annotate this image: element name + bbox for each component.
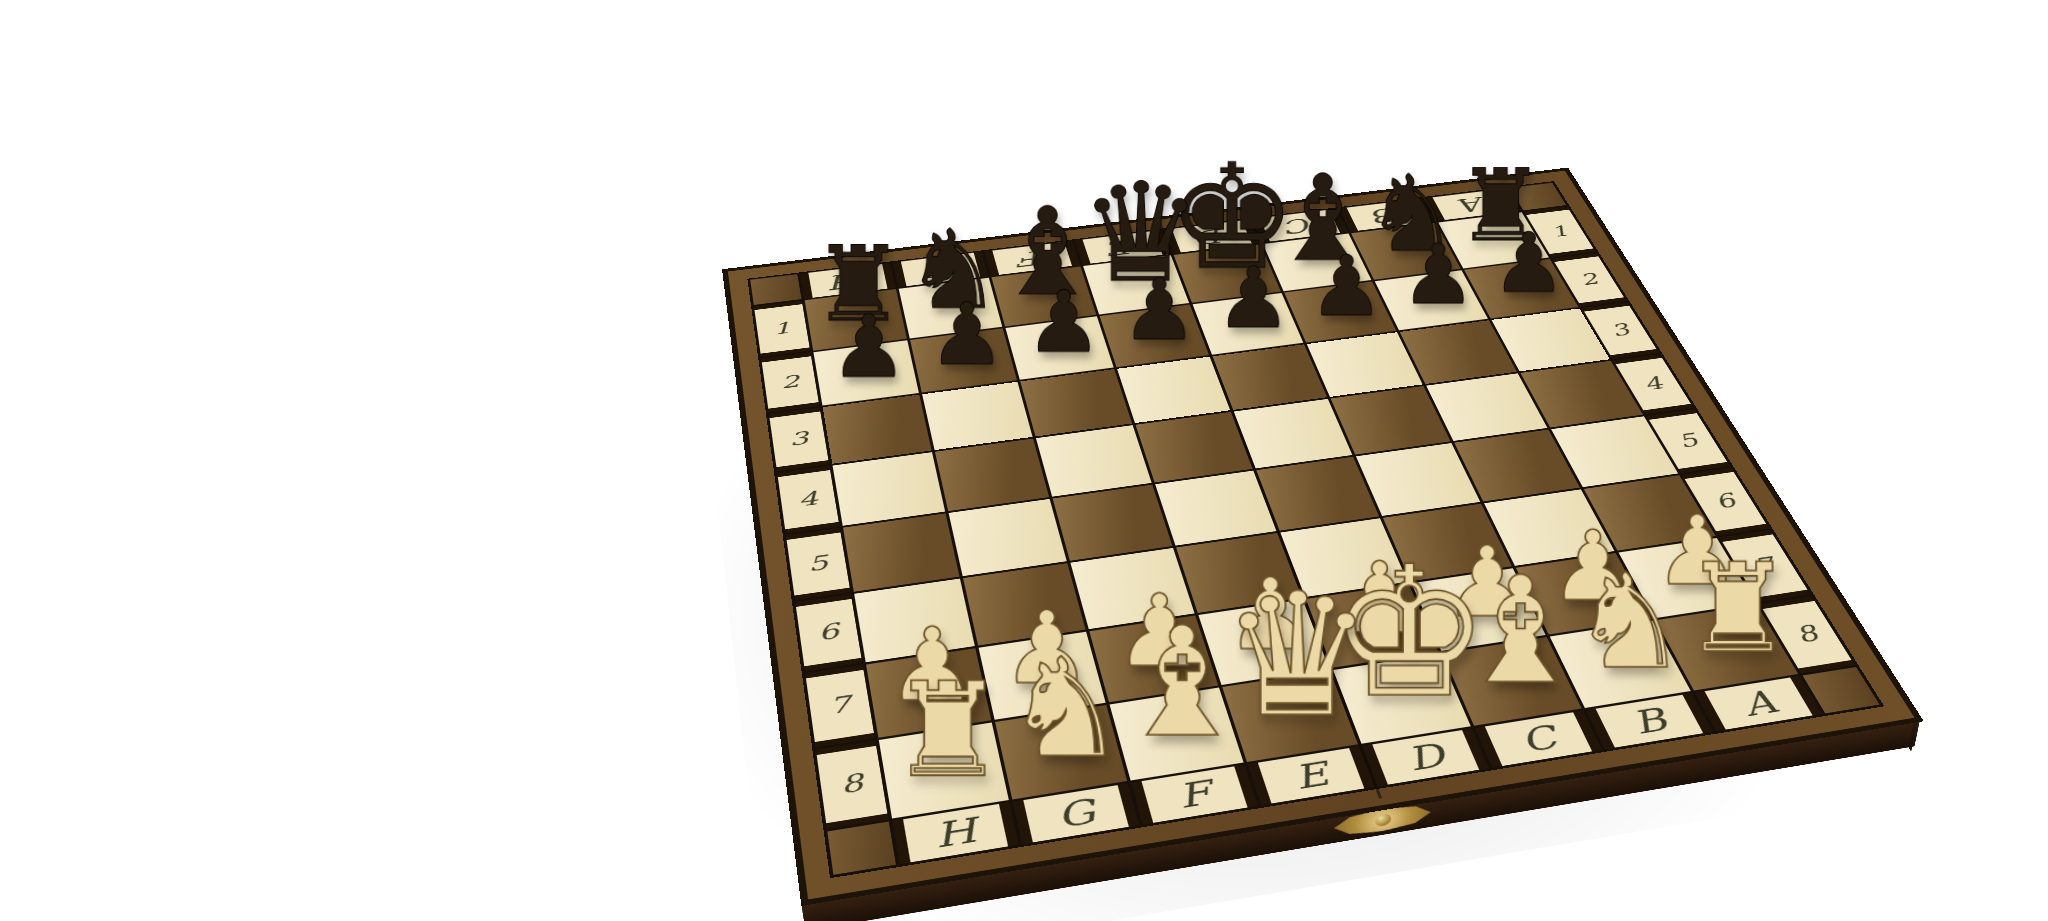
file-label-bottom-c-text: C: [1515, 721, 1562, 757]
board-corner-top-left: [750, 274, 801, 305]
rank-label-right-4-text: 4: [1639, 375, 1666, 393]
square-c4[interactable]: [1331, 386, 1451, 455]
clasp-knob-icon: [1374, 813, 1390, 827]
square-e4[interactable]: [1136, 412, 1253, 483]
rank-label-left-5-text: 5: [806, 552, 829, 574]
rank-label-left-1-text: 1: [772, 320, 792, 337]
rank-label-left-3-text: 3: [788, 429, 810, 449]
square-e5[interactable]: [1155, 471, 1276, 546]
file-label-bottom-b-text: B: [1626, 704, 1673, 739]
rank-label-left-6-text: 6: [816, 620, 840, 644]
scene: HGFEDCBA1♜♞♝♛♚♝♞♜12♟♟♟♟♟♟♟♟2334455667♟♟♟…: [0, 0, 2048, 921]
square-c2[interactable]: ♟: [1284, 281, 1396, 342]
square-d4[interactable]: [1234, 399, 1353, 469]
board-corner-bottom-left: [827, 822, 896, 875]
rank-label-left-2: 2: [761, 353, 819, 413]
square-h2[interactable]: ♟: [813, 340, 918, 405]
square-f5[interactable]: [1053, 485, 1173, 561]
file-label-bottom-d: D: [1362, 728, 1489, 786]
piece-dark-pawn[interactable]: ♟: [1492, 224, 1566, 302]
file-label-bottom-c: C: [1475, 711, 1602, 768]
rank-label-left-4: 4: [777, 466, 839, 534]
chess-board: HGFEDCBA1♜♞♝♛♚♝♞♜12♟♟♟♟♟♟♟♟2334455667♟♟♟…: [722, 168, 1924, 906]
file-label-bottom-h-text: H: [932, 813, 980, 853]
rank-label-right-5: 5: [1647, 409, 1730, 473]
rank-label-left-3: 3: [769, 408, 829, 472]
square-f3[interactable]: [1020, 369, 1132, 436]
rank-label-left-8: 8: [816, 740, 889, 828]
file-label-bottom-f-text: F: [1174, 776, 1215, 813]
piece-dark-pawn[interactable]: ♟: [1401, 235, 1475, 314]
square-d3[interactable]: [1213, 344, 1328, 410]
square-b5[interactable]: [1454, 430, 1580, 502]
piece-light-rook[interactable]: ♜: [1682, 549, 1793, 666]
file-label-bottom-g-text: G: [1053, 794, 1098, 832]
square-g2[interactable]: ♟: [910, 328, 1017, 392]
piece-dark-pawn[interactable]: ♟: [1025, 281, 1101, 362]
rank-label-left-5: 5: [786, 528, 851, 600]
piece-dark-pawn[interactable]: ♟: [928, 293, 1005, 374]
file-label-top-h-text: H: [830, 269, 865, 292]
piece-light-bishop[interactable]: ♝: [1114, 611, 1250, 755]
piece-dark-pawn[interactable]: ♟: [1216, 258, 1291, 338]
rank-label-left-8-text: 8: [839, 770, 865, 797]
file-label-bottom-e-text: E: [1289, 757, 1333, 794]
rank-label-left-1: 1: [754, 301, 810, 358]
rank-label-left-4-text: 4: [797, 489, 819, 510]
piece-dark-pawn[interactable]: ♟: [1309, 246, 1384, 325]
rank-label-left-7-text: 7: [827, 693, 852, 718]
rank-label-right-3-text: 3: [1607, 321, 1633, 338]
square-g5[interactable]: [949, 499, 1067, 576]
rank-label-right-5-text: 5: [1674, 431, 1702, 451]
piece-light-rook[interactable]: ♜: [889, 668, 1006, 792]
square-c5[interactable]: [1356, 443, 1480, 516]
square-g4[interactable]: [935, 439, 1049, 512]
rank-label-left-7: 7: [805, 665, 875, 747]
piece-dark-pawn[interactable]: ♟: [830, 305, 907, 387]
file-label-bottom-f: F: [1131, 765, 1258, 825]
rank-label-left-6: 6: [795, 594, 862, 671]
file-label-bottom-d-text: D: [1402, 739, 1450, 776]
square-g8[interactable]: ♞: [995, 705, 1127, 799]
file-label-bottom-a-text: A: [1735, 686, 1782, 720]
square-f4[interactable]: [1036, 425, 1152, 497]
file-label-top-g-text: G: [924, 258, 957, 280]
square-d2[interactable]: ♟: [1193, 293, 1304, 355]
square-f8[interactable]: ♝: [1110, 688, 1244, 781]
square-h8[interactable]: ♜: [879, 723, 1009, 819]
rank-label-left-2-text: 2: [780, 373, 801, 391]
piece-light-knight[interactable]: ♞: [1571, 559, 1688, 683]
piece-dark-pawn[interactable]: ♟: [1121, 269, 1197, 349]
square-b2[interactable]: ♟: [1375, 270, 1488, 330]
piece-light-knight[interactable]: ♞: [1005, 643, 1127, 772]
rank-label-right-8-text: 8: [1791, 622, 1823, 646]
rank-label-right-2-text: 2: [1576, 271, 1601, 287]
